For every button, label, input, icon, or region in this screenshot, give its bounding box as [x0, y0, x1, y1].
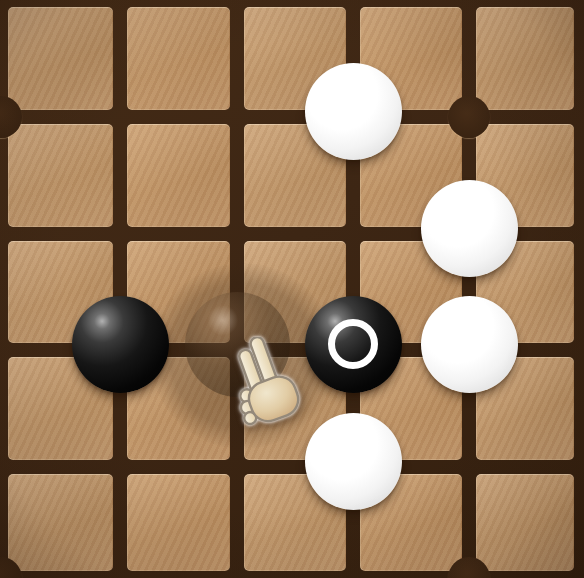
board-square[interactable] [8, 474, 113, 571]
board-square[interactable] [8, 124, 113, 227]
board-square[interactable] [476, 474, 574, 571]
black-stone [305, 296, 402, 393]
white-stone [421, 296, 518, 393]
white-stone [305, 413, 402, 510]
board-square[interactable] [476, 7, 574, 110]
go-board[interactable] [0, 0, 584, 578]
board-square[interactable] [127, 7, 230, 110]
board-square[interactable] [8, 7, 113, 110]
board-square[interactable] [127, 474, 230, 571]
star-point [448, 96, 490, 138]
last-move-marker [328, 319, 378, 369]
white-stone [305, 63, 402, 160]
two-finger-tap-hand-icon [227, 337, 305, 427]
board-square[interactable] [127, 124, 230, 227]
white-stone [421, 180, 518, 277]
black-stone [72, 296, 169, 393]
